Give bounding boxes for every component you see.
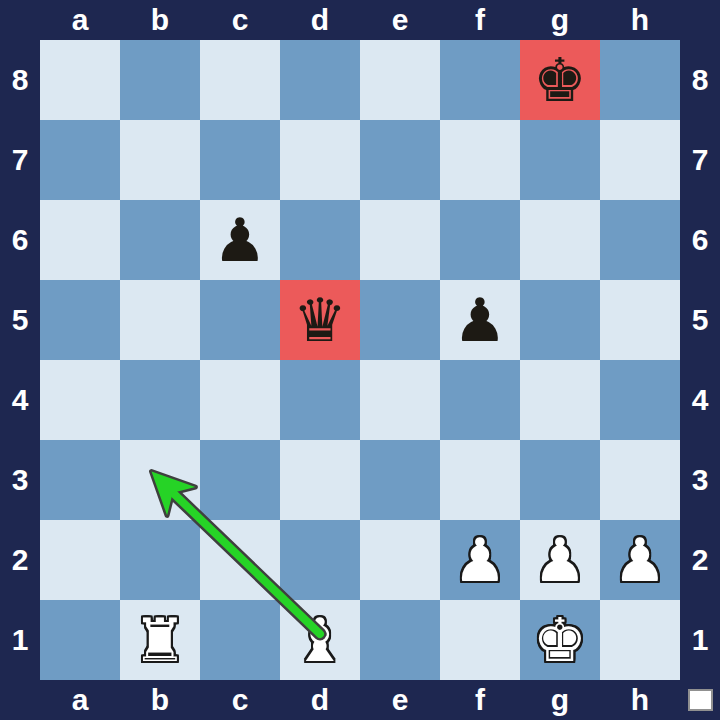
square-h5[interactable] bbox=[600, 280, 680, 360]
file-label-b: b bbox=[120, 0, 200, 40]
square-c3[interactable] bbox=[200, 440, 280, 520]
square-e7[interactable] bbox=[360, 120, 440, 200]
file-label-a: a bbox=[40, 680, 120, 720]
square-d8[interactable] bbox=[280, 40, 360, 120]
square-b4[interactable] bbox=[120, 360, 200, 440]
piece-white-rook[interactable]: ♜ bbox=[133, 600, 187, 680]
square-c7[interactable] bbox=[200, 120, 280, 200]
square-b6[interactable] bbox=[120, 200, 200, 280]
square-e3[interactable] bbox=[360, 440, 440, 520]
square-a8[interactable] bbox=[40, 40, 120, 120]
square-g3[interactable] bbox=[520, 440, 600, 520]
piece-white-pawn[interactable]: ♟ bbox=[533, 520, 587, 600]
piece-white-bishop[interactable]: ♝ bbox=[293, 600, 347, 680]
file-label-h: h bbox=[600, 0, 680, 40]
square-c4[interactable] bbox=[200, 360, 280, 440]
white-to-move-indicator bbox=[688, 689, 713, 711]
rank-label-2: 2 bbox=[680, 520, 720, 600]
square-f5[interactable]: ♟ bbox=[440, 280, 520, 360]
file-label-e: e bbox=[360, 0, 440, 40]
chess-board: ♚♟♛♟♟♟♟♜♝♚ bbox=[40, 40, 680, 680]
square-c5[interactable] bbox=[200, 280, 280, 360]
square-f6[interactable] bbox=[440, 200, 520, 280]
square-g2[interactable]: ♟ bbox=[520, 520, 600, 600]
square-d6[interactable] bbox=[280, 200, 360, 280]
square-g6[interactable] bbox=[520, 200, 600, 280]
square-b1[interactable]: ♜ bbox=[120, 600, 200, 680]
square-a3[interactable] bbox=[40, 440, 120, 520]
square-d2[interactable] bbox=[280, 520, 360, 600]
file-label-f: f bbox=[440, 0, 520, 40]
square-h8[interactable] bbox=[600, 40, 680, 120]
square-h6[interactable] bbox=[600, 200, 680, 280]
square-a7[interactable] bbox=[40, 120, 120, 200]
square-g5[interactable] bbox=[520, 280, 600, 360]
square-f8[interactable] bbox=[440, 40, 520, 120]
square-a1[interactable] bbox=[40, 600, 120, 680]
rank-label-3: 3 bbox=[0, 440, 40, 520]
file-label-g: g bbox=[520, 680, 600, 720]
square-g1[interactable]: ♚ bbox=[520, 600, 600, 680]
piece-black-pawn[interactable]: ♟ bbox=[453, 280, 507, 360]
file-labels-top: abcdefgh bbox=[40, 0, 680, 40]
rank-label-4: 4 bbox=[0, 360, 40, 440]
square-h7[interactable] bbox=[600, 120, 680, 200]
piece-black-pawn[interactable]: ♟ bbox=[213, 200, 267, 280]
square-h1[interactable] bbox=[600, 600, 680, 680]
rank-label-6: 6 bbox=[680, 200, 720, 280]
file-label-d: d bbox=[280, 680, 360, 720]
rank-label-6: 6 bbox=[0, 200, 40, 280]
square-b3[interactable] bbox=[120, 440, 200, 520]
square-d3[interactable] bbox=[280, 440, 360, 520]
square-a4[interactable] bbox=[40, 360, 120, 440]
square-c1[interactable] bbox=[200, 600, 280, 680]
square-f7[interactable] bbox=[440, 120, 520, 200]
file-label-c: c bbox=[200, 680, 280, 720]
square-d7[interactable] bbox=[280, 120, 360, 200]
square-f2[interactable]: ♟ bbox=[440, 520, 520, 600]
square-b2[interactable] bbox=[120, 520, 200, 600]
square-h4[interactable] bbox=[600, 360, 680, 440]
piece-white-pawn[interactable]: ♟ bbox=[453, 520, 507, 600]
square-g7[interactable] bbox=[520, 120, 600, 200]
square-d5[interactable]: ♛ bbox=[280, 280, 360, 360]
square-b7[interactable] bbox=[120, 120, 200, 200]
piece-black-queen[interactable]: ♛ bbox=[293, 280, 347, 360]
square-f3[interactable] bbox=[440, 440, 520, 520]
square-e2[interactable] bbox=[360, 520, 440, 600]
square-c6[interactable]: ♟ bbox=[200, 200, 280, 280]
file-label-g: g bbox=[520, 0, 600, 40]
file-labels-bottom: abcdefgh bbox=[40, 680, 680, 720]
piece-white-king[interactable]: ♚ bbox=[533, 600, 587, 680]
square-e1[interactable] bbox=[360, 600, 440, 680]
rank-label-1: 1 bbox=[680, 600, 720, 680]
rank-label-8: 8 bbox=[0, 40, 40, 120]
rank-label-7: 7 bbox=[680, 120, 720, 200]
square-e6[interactable] bbox=[360, 200, 440, 280]
square-e5[interactable] bbox=[360, 280, 440, 360]
square-g8[interactable]: ♚ bbox=[520, 40, 600, 120]
square-d4[interactable] bbox=[280, 360, 360, 440]
rank-label-7: 7 bbox=[0, 120, 40, 200]
file-label-c: c bbox=[200, 0, 280, 40]
file-label-b: b bbox=[120, 680, 200, 720]
rank-labels-left: 87654321 bbox=[0, 40, 40, 680]
chess-board-page: abcdefgh 87654321 87654321 abcdefgh ♚♟♛♟… bbox=[0, 0, 720, 720]
rank-label-1: 1 bbox=[0, 600, 40, 680]
file-label-f: f bbox=[440, 680, 520, 720]
rank-label-3: 3 bbox=[680, 440, 720, 520]
rank-labels-right: 87654321 bbox=[680, 40, 720, 680]
square-a2[interactable] bbox=[40, 520, 120, 600]
square-b8[interactable] bbox=[120, 40, 200, 120]
square-a5[interactable] bbox=[40, 280, 120, 360]
rank-label-8: 8 bbox=[680, 40, 720, 120]
square-e8[interactable] bbox=[360, 40, 440, 120]
square-h2[interactable]: ♟ bbox=[600, 520, 680, 600]
square-a6[interactable] bbox=[40, 200, 120, 280]
file-label-h: h bbox=[600, 680, 680, 720]
rank-label-4: 4 bbox=[680, 360, 720, 440]
square-b5[interactable] bbox=[120, 280, 200, 360]
rank-label-5: 5 bbox=[680, 280, 720, 360]
square-f4[interactable] bbox=[440, 360, 520, 440]
square-c8[interactable] bbox=[200, 40, 280, 120]
square-e4[interactable] bbox=[360, 360, 440, 440]
rank-label-5: 5 bbox=[0, 280, 40, 360]
square-c2[interactable] bbox=[200, 520, 280, 600]
square-d1[interactable]: ♝ bbox=[280, 600, 360, 680]
square-f1[interactable] bbox=[440, 600, 520, 680]
file-label-d: d bbox=[280, 0, 360, 40]
square-h3[interactable] bbox=[600, 440, 680, 520]
file-label-e: e bbox=[360, 680, 440, 720]
file-label-a: a bbox=[40, 0, 120, 40]
rank-label-2: 2 bbox=[0, 520, 40, 600]
piece-black-king[interactable]: ♚ bbox=[533, 40, 587, 120]
square-g4[interactable] bbox=[520, 360, 600, 440]
piece-white-pawn[interactable]: ♟ bbox=[613, 520, 667, 600]
